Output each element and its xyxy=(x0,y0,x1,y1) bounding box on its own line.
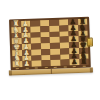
square-h5[interactable] xyxy=(50,60,60,66)
square-h8[interactable]: ♜ xyxy=(79,59,89,65)
square-h7[interactable]: ♟ xyxy=(69,59,79,65)
square-h6[interactable] xyxy=(60,60,70,66)
square-h2[interactable]: ♟ xyxy=(22,61,32,67)
folding-chess-box: ♜♟♟♜♞♟♟♞♝♟♟♝♛♟♟♛♚♟♟♚♝♟♟♝♞♟♟♞♜♟♟♜ xyxy=(9,17,91,76)
piece-black-rook-h8[interactable]: ♜ xyxy=(79,58,89,66)
edge-shade xyxy=(90,68,93,73)
coordinate-mark xyxy=(44,67,47,68)
coordinate-mark xyxy=(25,68,28,69)
coordinate-mark xyxy=(35,67,38,68)
chess-board: ♜♟♟♜♞♟♟♞♝♟♟♝♛♟♟♛♚♟♟♚♝♟♟♝♞♟♟♞♜♟♟♜ xyxy=(11,19,89,68)
edge-shade xyxy=(9,70,12,75)
piece-white-rook-h1[interactable]: ♜ xyxy=(12,60,22,68)
square-h3[interactable] xyxy=(32,61,42,67)
piece-white-pawn-h2[interactable]: ♟ xyxy=(22,61,32,68)
square-h4[interactable] xyxy=(41,60,51,66)
square-h1[interactable]: ♜ xyxy=(13,61,23,67)
coordinate-mark xyxy=(82,66,85,67)
coordinate-mark xyxy=(63,66,66,67)
coordinate-mark xyxy=(16,68,19,69)
fold-seam xyxy=(51,69,52,74)
board-frame: ♜♟♟♜♞♟♟♞♝♟♟♝♛♟♟♛♚♟♟♚♝♟♟♝♞♟♟♞♜♟♟♜ xyxy=(9,17,91,71)
coordinate-mark xyxy=(73,66,76,67)
chess-photo-scene: ♜♟♟♜♞♟♟♞♝♟♟♝♛♟♟♛♚♟♟♚♝♟♟♝♞♟♟♞♜♟♟♜ xyxy=(0,0,100,100)
coordinate-mark xyxy=(54,67,57,68)
piece-black-pawn-h7[interactable]: ♟ xyxy=(69,59,79,66)
